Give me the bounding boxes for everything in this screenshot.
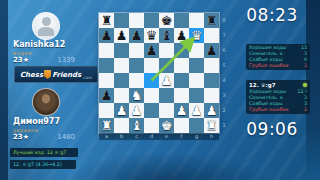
square-e4[interactable]: ♟ bbox=[159, 73, 174, 88]
game-screen: Kanishka12 индия 23★ 1339 Chess Friends … bbox=[0, 0, 320, 180]
piece-black-queen[interactable]: ♛ bbox=[144, 28, 159, 43]
piece-black-pawn[interactable]: ♟ bbox=[144, 43, 159, 58]
top-player-name: Kanishka12 bbox=[13, 40, 98, 49]
square-b6[interactable] bbox=[114, 43, 129, 58]
square-f5[interactable] bbox=[174, 58, 189, 73]
square-g6[interactable] bbox=[189, 43, 204, 58]
played-move-eval: 12. ♕:g7 (4.36→4.2) bbox=[10, 160, 76, 169]
piece-black-pawn[interactable]: ♟ bbox=[129, 28, 144, 43]
logo-text-left: Chess bbox=[20, 71, 43, 79]
file-label: c bbox=[129, 133, 144, 140]
piece-white-pawn[interactable]: ♟ bbox=[114, 103, 129, 118]
rank-label: 7 bbox=[221, 28, 227, 43]
square-c2[interactable]: ♟ bbox=[129, 103, 144, 118]
rank-label: 1 bbox=[221, 118, 227, 133]
chessfriends-logo[interactable]: Chess Friends .com bbox=[14, 66, 98, 83]
piece-black-rook[interactable]: ♜ bbox=[99, 13, 114, 28]
file-label: a bbox=[99, 133, 114, 140]
square-b8[interactable] bbox=[114, 13, 129, 28]
square-h8[interactable]: ♜ bbox=[204, 13, 219, 28]
stat-row-blunders: Грубые ошибки 1 bbox=[246, 63, 310, 69]
square-c3[interactable]: ♞ bbox=[129, 88, 144, 103]
piece-black-bishop[interactable]: ♝ bbox=[159, 28, 174, 43]
square-a1[interactable]: ♜ bbox=[99, 118, 114, 133]
chess-board[interactable]: ♜♚♜♟♟♟♛♝♟♛♟♟♟♟♞♟♟♟♟♟♜♝♚♜ bbox=[99, 13, 219, 133]
piece-black-rook[interactable]: ♜ bbox=[204, 13, 219, 28]
file-label: d bbox=[144, 133, 159, 140]
square-b7[interactable]: ♟ bbox=[114, 28, 129, 43]
bottom-player-avatar[interactable] bbox=[32, 88, 60, 116]
bottom-player-rating: 1480 bbox=[57, 133, 75, 141]
piece-white-bishop[interactable]: ♝ bbox=[129, 118, 144, 133]
top-player-meta: 23★ 1339 bbox=[13, 56, 75, 64]
square-b2[interactable]: ♟ bbox=[114, 103, 129, 118]
square-e1[interactable]: ♚ bbox=[159, 118, 174, 133]
bottom-player-name: Димон977 bbox=[13, 117, 98, 126]
square-e6[interactable] bbox=[159, 43, 174, 58]
square-c1[interactable]: ♝ bbox=[129, 118, 144, 133]
square-a6[interactable] bbox=[99, 43, 114, 58]
stat-value: 1 bbox=[304, 107, 307, 113]
square-e5[interactable] bbox=[159, 58, 174, 73]
square-g8[interactable] bbox=[189, 13, 204, 28]
square-f4[interactable] bbox=[174, 73, 189, 88]
square-a7[interactable]: ♟ bbox=[99, 28, 114, 43]
rank-label: 8 bbox=[221, 13, 227, 28]
file-coordinates: abcdefgh bbox=[99, 133, 219, 140]
piece-white-pawn[interactable]: ♟ bbox=[189, 103, 204, 118]
piece-white-rook[interactable]: ♜ bbox=[204, 118, 219, 133]
rank-label: 6 bbox=[221, 43, 227, 58]
file-label: e bbox=[159, 133, 174, 140]
square-e3[interactable] bbox=[159, 88, 174, 103]
square-b3[interactable] bbox=[114, 88, 129, 103]
square-h4[interactable] bbox=[204, 73, 219, 88]
square-h1[interactable]: ♜ bbox=[204, 118, 219, 133]
square-e8[interactable]: ♚ bbox=[159, 13, 174, 28]
square-g3[interactable] bbox=[189, 88, 204, 103]
square-g5[interactable] bbox=[189, 58, 204, 73]
square-d5[interactable] bbox=[144, 58, 159, 73]
square-g7[interactable]: ♛ bbox=[189, 28, 204, 43]
top-player-avatar[interactable] bbox=[32, 12, 60, 40]
piece-white-pawn[interactable]: ♟ bbox=[129, 103, 144, 118]
square-h3[interactable] bbox=[204, 88, 219, 103]
last-move-header: 12. ♕:g7 bbox=[246, 81, 310, 89]
avatar-silhouette-icon bbox=[42, 17, 51, 26]
square-a3[interactable]: ♟ bbox=[99, 88, 114, 103]
top-player-move-stats: Хорошие ходы 13 Сомнитель. х. 3 Слабые х… bbox=[246, 44, 310, 70]
file-label: f bbox=[174, 133, 189, 140]
square-h7[interactable] bbox=[204, 28, 219, 43]
square-h6[interactable]: ♟ bbox=[204, 43, 219, 58]
rank-label: 2 bbox=[221, 103, 227, 118]
top-player-clock: 08:23 bbox=[238, 5, 306, 25]
square-b4[interactable] bbox=[114, 73, 129, 88]
square-e2[interactable] bbox=[159, 103, 174, 118]
square-a8[interactable]: ♜ bbox=[99, 13, 114, 28]
piece-white-king[interactable]: ♚ bbox=[159, 118, 174, 133]
best-move-label: Лучший ход: 12.♕:g7 bbox=[10, 148, 78, 157]
square-d8[interactable] bbox=[144, 13, 159, 28]
bottom-player-move-stats: 12. ♕:g7 Хорошие ходы 12 ! Сомнитель. х.… bbox=[246, 80, 310, 114]
stat-label: Грубые ошибки bbox=[249, 107, 288, 113]
logo-text-right: Friends bbox=[52, 71, 81, 79]
rank-label: 3 bbox=[221, 88, 227, 103]
square-g4[interactable] bbox=[189, 73, 204, 88]
bottom-player-clock: 09:06 bbox=[238, 119, 306, 139]
piece-white-knight[interactable]: ♞ bbox=[129, 88, 144, 103]
piece-white-pawn[interactable]: ♟ bbox=[204, 103, 219, 118]
rank-label: 4 bbox=[221, 73, 227, 88]
square-d1[interactable] bbox=[144, 118, 159, 133]
square-c4[interactable] bbox=[129, 73, 144, 88]
piece-black-pawn[interactable]: ♟ bbox=[174, 28, 189, 43]
rank-label: 5 bbox=[221, 58, 227, 73]
square-d2[interactable] bbox=[144, 103, 159, 118]
square-b5[interactable] bbox=[114, 58, 129, 73]
piece-white-rook[interactable]: ♜ bbox=[99, 118, 114, 133]
square-f7[interactable]: ♟ bbox=[174, 28, 189, 43]
top-player-rating: 1339 bbox=[57, 56, 75, 64]
square-c6[interactable] bbox=[129, 43, 144, 58]
square-g2[interactable]: ♟ bbox=[189, 103, 204, 118]
piece-black-king[interactable]: ♚ bbox=[159, 13, 174, 28]
square-b1[interactable] bbox=[114, 118, 129, 133]
bottom-player-meta: 23★ 1480 bbox=[13, 133, 75, 141]
file-label: b bbox=[114, 133, 129, 140]
piece-white-pawn[interactable]: ♟ bbox=[159, 73, 174, 88]
piece-white-queen[interactable]: ♛ bbox=[189, 28, 204, 43]
square-f2[interactable]: ♟ bbox=[174, 103, 189, 118]
stat-label: Грубые ошибки bbox=[249, 63, 288, 69]
last-move-text: 12. ♕:g7 bbox=[249, 82, 276, 88]
avatar-silhouette-icon bbox=[38, 27, 54, 36]
file-label: h bbox=[204, 133, 219, 140]
square-f3[interactable] bbox=[174, 88, 189, 103]
piece-black-pawn[interactable]: ♟ bbox=[99, 28, 114, 43]
piece-black-pawn[interactable]: ♟ bbox=[99, 88, 114, 103]
square-g1[interactable] bbox=[189, 118, 204, 133]
square-d7[interactable]: ♛ bbox=[144, 28, 159, 43]
good-move-indicator-icon bbox=[303, 83, 307, 87]
piece-black-pawn[interactable]: ♟ bbox=[114, 28, 129, 43]
square-a5[interactable] bbox=[99, 58, 114, 73]
bottom-player-stars: 23★ bbox=[13, 133, 29, 141]
logo-domain: .com bbox=[82, 75, 92, 80]
square-c7[interactable]: ♟ bbox=[129, 28, 144, 43]
square-e7[interactable]: ♝ bbox=[159, 28, 174, 43]
shield-icon bbox=[44, 70, 51, 79]
square-h5[interactable] bbox=[204, 58, 219, 73]
stat-row-blunders: Грубые ошибки 1 bbox=[246, 107, 310, 113]
square-a2[interactable] bbox=[99, 103, 114, 118]
stat-value: 1 bbox=[304, 63, 307, 69]
square-c8[interactable] bbox=[129, 13, 144, 28]
square-a4[interactable] bbox=[99, 73, 114, 88]
square-d4[interactable] bbox=[144, 73, 159, 88]
square-f8[interactable] bbox=[174, 13, 189, 28]
piece-white-pawn[interactable]: ♟ bbox=[174, 103, 189, 118]
square-h2[interactable]: ♟ bbox=[204, 103, 219, 118]
rank-coordinates: 87654321 bbox=[221, 13, 227, 133]
square-d3[interactable] bbox=[144, 88, 159, 103]
top-player-stars: 23★ bbox=[13, 56, 29, 64]
square-c5[interactable] bbox=[129, 58, 144, 73]
left-edge-panel bbox=[0, 0, 8, 180]
square-f1[interactable] bbox=[174, 118, 189, 133]
square-d6[interactable]: ♟ bbox=[144, 43, 159, 58]
piece-black-pawn[interactable]: ♟ bbox=[204, 43, 219, 58]
file-label: g bbox=[189, 133, 204, 140]
square-f6[interactable] bbox=[174, 43, 189, 58]
